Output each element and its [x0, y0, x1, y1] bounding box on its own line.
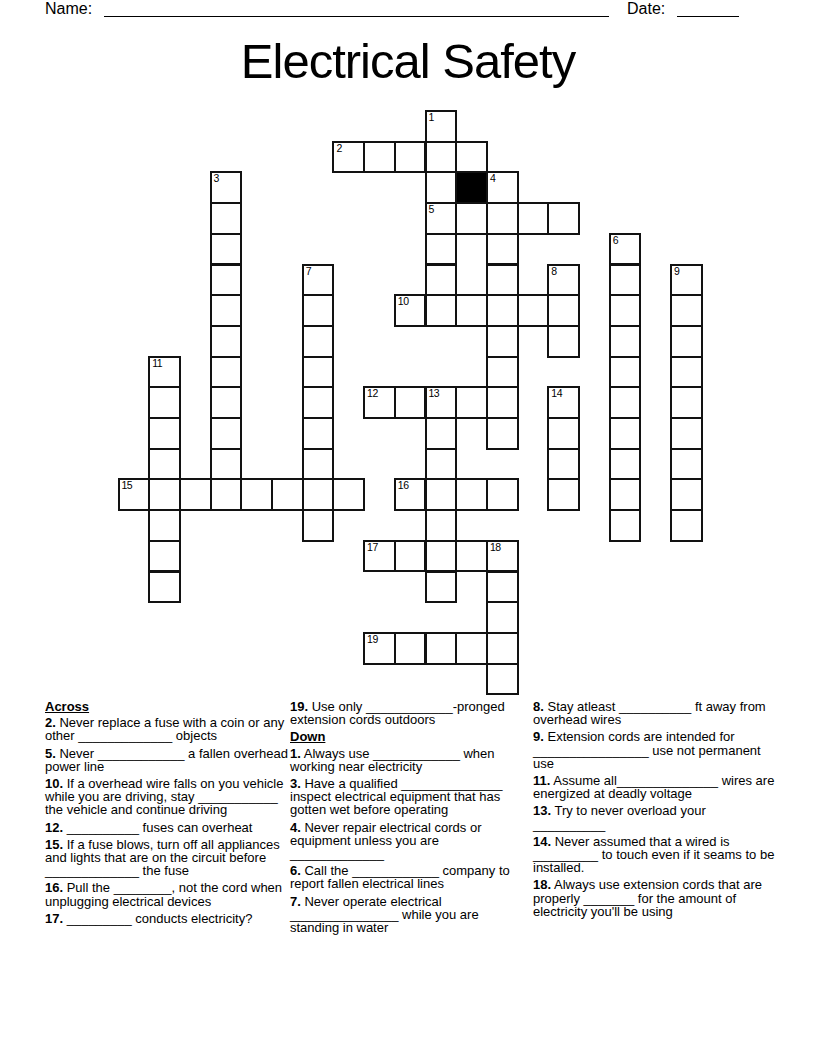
clue-number: 1.: [290, 746, 301, 761]
clue-number: 14.: [533, 834, 551, 849]
grid-cell-r13c6[interactable]: [302, 509, 335, 542]
clue-number: 9.: [533, 729, 544, 744]
grid-cell-r6c13[interactable]: [517, 294, 550, 327]
grid-cell-r12c18[interactable]: [670, 478, 703, 511]
grid-cell-r17c12[interactable]: [486, 632, 519, 665]
clue-list-header-across: Across: [45, 700, 288, 713]
grid-cell-r10c12[interactable]: [486, 417, 519, 450]
grid-cell-r7c18[interactable]: [670, 325, 703, 358]
clue-10: 10. If a overhead wire falls on you vehi…: [45, 777, 288, 817]
grid-cell-r9c10[interactable]: 13: [425, 386, 458, 419]
grid-cell-r10c6[interactable]: [302, 417, 335, 450]
grid-cell-r7c6[interactable]: [302, 325, 335, 358]
grid-cell-r11c3[interactable]: [210, 448, 243, 481]
cell-number: 16: [398, 480, 409, 491]
cell-number: 11: [152, 358, 162, 369]
grid-cell-r10c14[interactable]: [547, 417, 580, 450]
grid-cell-r9c3[interactable]: [210, 386, 243, 419]
clue-17: 17. _________ conducts electricity?: [45, 912, 288, 925]
clues-column-1: Across2. Never replace a fuse with a coi…: [45, 700, 288, 929]
grid-cell-r10c1[interactable]: [148, 417, 181, 450]
grid-cell-r10c3[interactable]: [210, 417, 243, 450]
clue-9: 9. Extension cords are intended for ____…: [533, 730, 779, 770]
grid-cell-r4c3[interactable]: [210, 233, 243, 266]
clue-19: 19. Use only ____________-pronged extens…: [290, 700, 530, 726]
grid-cell-r6c18[interactable]: [670, 294, 703, 327]
grid-cell-r13c1[interactable]: [148, 509, 181, 542]
clue-12: 12. __________ fuses can overheat: [45, 821, 288, 834]
grid-cell-r1c10[interactable]: [425, 141, 458, 174]
clue-4: 4. Never repair electrical cords or equi…: [290, 821, 530, 861]
clue-number: 6.: [290, 863, 301, 878]
cell-number: 2: [336, 143, 341, 154]
clue-number: 5.: [45, 746, 56, 761]
grid-cell-r12c11[interactable]: [455, 478, 488, 511]
cell-number: 9: [674, 266, 679, 277]
cell-number: 15: [122, 480, 133, 491]
grid-cell-r12c7[interactable]: [332, 478, 365, 511]
grid-cell-r12c2[interactable]: [179, 478, 212, 511]
grid-cell-r12c3[interactable]: [210, 478, 243, 511]
grid-cell-r6c14[interactable]: [547, 294, 580, 327]
grid-cell-r9c14[interactable]: 14: [547, 386, 580, 419]
grid-cell-r3c14[interactable]: [547, 202, 580, 235]
grid-cell-r15c12[interactable]: [486, 571, 519, 604]
grid-cell-r6c9[interactable]: 10: [394, 294, 427, 327]
cell-number: 19: [367, 634, 378, 645]
clue-5: 5. Never ____________ a fallen overhead …: [45, 747, 288, 773]
grid-cell-r4c12[interactable]: [486, 233, 519, 266]
grid-cell-r6c11[interactable]: [455, 294, 488, 327]
grid-cell-r6c16[interactable]: [609, 294, 642, 327]
grid-cell-r14c12[interactable]: 18: [486, 540, 519, 573]
crossword-grid: 12345678910111213141516171819: [0, 0, 816, 700]
grid-cell-r1c7[interactable]: 2: [332, 141, 365, 174]
grid-cell-r5c18[interactable]: 9: [670, 264, 703, 297]
cell-number: 5: [429, 204, 434, 215]
cell-number: 13: [429, 388, 440, 399]
clue-number: 2.: [45, 715, 56, 730]
grid-cell-r5c10[interactable]: [425, 264, 458, 297]
grid-cell-r8c1[interactable]: 11: [148, 356, 181, 389]
cell-number: 7: [306, 266, 311, 277]
clue-15: 15. If a fuse blows, turn off all applia…: [45, 838, 288, 878]
cell-number: 4: [490, 173, 495, 184]
cell-number: 3: [214, 173, 219, 184]
grid-cell-r9c9[interactable]: [394, 386, 427, 419]
clue-number: 10.: [45, 776, 63, 791]
grid-cell-r12c10[interactable]: [425, 478, 458, 511]
cell-number: 6: [613, 235, 618, 246]
grid-cell-r10c10[interactable]: [425, 417, 458, 450]
grid-cell-r6c12[interactable]: [486, 294, 519, 327]
clue-list-header-down: Down: [290, 730, 530, 743]
cell-number: 18: [490, 542, 501, 553]
grid-cell-r6c3[interactable]: [210, 294, 243, 327]
grid-cell-r12c14[interactable]: [547, 478, 580, 511]
grid-cell-r17c11[interactable]: [455, 632, 488, 665]
grid-cell-r14c10[interactable]: [425, 540, 458, 573]
grid-cell-r13c16[interactable]: [609, 509, 642, 542]
grid-cell-r11c1[interactable]: [148, 448, 181, 481]
grid-cell-r9c1[interactable]: [148, 386, 181, 419]
grid-cell-r1c8[interactable]: [363, 141, 396, 174]
grid-cell-r2c10[interactable]: [425, 171, 458, 204]
clue-18: 18. Always use extension cords that are …: [533, 878, 779, 918]
grid-cell-r12c6[interactable]: [302, 478, 335, 511]
grid-cell-r4c10[interactable]: [425, 233, 458, 266]
grid-cell-r5c3[interactable]: [210, 264, 243, 297]
grid-cell-r9c18[interactable]: [670, 386, 703, 419]
grid-cell-r6c10[interactable]: [425, 294, 458, 327]
grid-cell-r9c11[interactable]: [455, 386, 488, 419]
grid-cell-r7c12[interactable]: [486, 325, 519, 358]
clue-number: 7.: [290, 894, 301, 909]
clue-3: 3. Have a qualified ______________ inspe…: [290, 777, 530, 817]
grid-cell-r0c10[interactable]: 1: [425, 110, 458, 143]
grid-cell-r3c11[interactable]: [455, 202, 488, 235]
grid-cell-r2c12[interactable]: 4: [486, 171, 519, 204]
grid-cell-r9c16[interactable]: [609, 386, 642, 419]
clue-7: 7. Never operate electrical ____________…: [290, 895, 530, 935]
grid-cell-r9c8[interactable]: 12: [363, 386, 396, 419]
clue-number: 3.: [290, 776, 301, 791]
grid-cell-r8c6[interactable]: [302, 356, 335, 389]
clue-14: 14. Never assumed that a wired is ______…: [533, 835, 779, 875]
grid-cell-r15c1[interactable]: [148, 571, 181, 604]
grid-cell-r17c8[interactable]: 19: [363, 632, 396, 665]
grid-cell-r8c16[interactable]: [609, 356, 642, 389]
grid-cell-r7c3[interactable]: [210, 325, 243, 358]
grid-cell-r18c12[interactable]: [486, 663, 519, 696]
grid-cell-r12c16[interactable]: [609, 478, 642, 511]
grid-cell-r3c3[interactable]: [210, 202, 243, 235]
cell-number: 10: [398, 296, 409, 307]
black-cell: [455, 171, 488, 204]
grid-cell-r5c12[interactable]: [486, 264, 519, 297]
grid-cell-r12c1[interactable]: [148, 478, 181, 511]
grid-cell-r3c12[interactable]: [486, 202, 519, 235]
clues-column-3: 8. Stay atleast __________ ft away from …: [533, 700, 779, 922]
grid-cell-r11c18[interactable]: [670, 448, 703, 481]
cell-number: 17: [367, 542, 378, 553]
cell-number: 12: [367, 388, 378, 399]
grid-cell-r1c11[interactable]: [455, 141, 488, 174]
clue-number: 19.: [290, 699, 308, 714]
grid-cell-r17c10[interactable]: [425, 632, 458, 665]
grid-cell-r14c11[interactable]: [455, 540, 488, 573]
grid-cell-r11c10[interactable]: [425, 448, 458, 481]
grid-cell-r15c10[interactable]: [425, 571, 458, 604]
grid-cell-r13c18[interactable]: [670, 509, 703, 542]
grid-cell-r5c6[interactable]: 7: [302, 264, 335, 297]
grid-cell-r7c14[interactable]: [547, 325, 580, 358]
grid-cell-r16c12[interactable]: [486, 601, 519, 634]
clue-16: 16. Pull the ________, not the cord when…: [45, 881, 288, 907]
grid-cell-r12c5[interactable]: [271, 478, 304, 511]
clue-number: 13.: [533, 803, 551, 818]
grid-cell-r8c3[interactable]: [210, 356, 243, 389]
clue-8: 8. Stay atleast __________ ft away from …: [533, 700, 779, 726]
clue-number: 15.: [45, 837, 63, 852]
grid-cell-r10c18[interactable]: [670, 417, 703, 450]
clue-number: 8.: [533, 699, 544, 714]
grid-cell-r8c12[interactable]: [486, 356, 519, 389]
grid-cell-r12c9[interactable]: 16: [394, 478, 427, 511]
grid-cell-r11c14[interactable]: [547, 448, 580, 481]
grid-cell-r12c12[interactable]: [486, 478, 519, 511]
grid-cell-r1c9[interactable]: [394, 141, 427, 174]
clue-number: 12.: [45, 820, 63, 835]
grid-cell-r6c6[interactable]: [302, 294, 335, 327]
grid-cell-r14c9[interactable]: [394, 540, 427, 573]
cell-number: 14: [551, 388, 562, 399]
grid-cell-r3c10[interactable]: 5: [425, 202, 458, 235]
grid-cell-r12c0[interactable]: 15: [118, 478, 151, 511]
cell-number: 8: [551, 266, 556, 277]
clue-2: 2. Never replace a fuse with a coin or a…: [45, 716, 288, 742]
clue-11: 11. Assume all______________ wires are e…: [533, 774, 779, 800]
grid-cell-r14c8[interactable]: 17: [363, 540, 396, 573]
grid-cell-r13c10[interactable]: [425, 509, 458, 542]
grid-cell-r5c16[interactable]: [609, 264, 642, 297]
clue-number: 17.: [45, 911, 63, 926]
grid-cell-r9c12[interactable]: [486, 386, 519, 419]
clue-number: 4.: [290, 820, 301, 835]
clue-6: 6. Call the ____________ company to repo…: [290, 864, 530, 890]
clue-13: 13. Try to never overload your _________…: [533, 804, 779, 830]
grid-cell-r8c18[interactable]: [670, 356, 703, 389]
clue-number: 16.: [45, 880, 63, 895]
grid-cell-r3c13[interactable]: [517, 202, 550, 235]
grid-cell-r7c16[interactable]: [609, 325, 642, 358]
grid-cell-r11c6[interactable]: [302, 448, 335, 481]
grid-cell-r4c16[interactable]: 6: [609, 233, 642, 266]
grid-cell-r11c16[interactable]: [609, 448, 642, 481]
clues-column-2: 19. Use only ____________-pronged extens…: [290, 700, 530, 938]
clue-number: 11.: [533, 773, 550, 788]
grid-cell-r10c16[interactable]: [609, 417, 642, 450]
grid-cell-r2c3[interactable]: 3: [210, 171, 243, 204]
clue-number: 18.: [533, 877, 551, 892]
clue-1: 1. Always use ____________ when working …: [290, 747, 530, 773]
grid-cell-r17c9[interactable]: [394, 632, 427, 665]
grid-cell-r14c1[interactable]: [148, 540, 181, 573]
grid-cell-r12c4[interactable]: [240, 478, 273, 511]
grid-cell-r5c14[interactable]: 8: [547, 264, 580, 297]
grid-cell-r9c6[interactable]: [302, 386, 335, 419]
cell-number: 1: [429, 112, 434, 123]
